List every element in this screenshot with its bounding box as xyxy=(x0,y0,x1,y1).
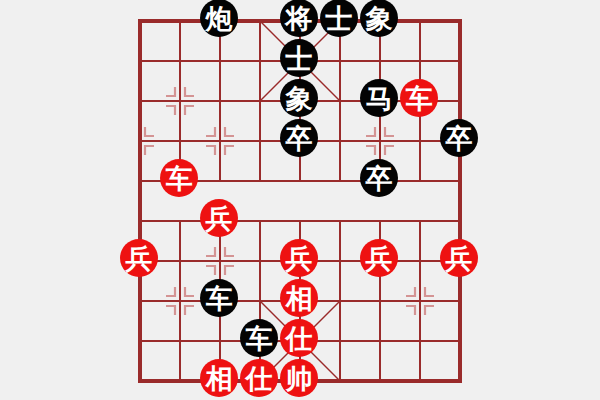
red-pawn-disc: 兵 xyxy=(440,239,478,277)
red-pawn-disc: 兵 xyxy=(200,199,238,237)
red-chariot-disc: 车 xyxy=(400,79,438,117)
piece-glyph: 将 xyxy=(286,5,313,32)
black-chariot-disc: 车 xyxy=(240,319,278,357)
piece-glyph: 兵 xyxy=(366,245,393,272)
piece-glyph: 兵 xyxy=(446,245,473,272)
piece-red-chariot[interactable]: 车 xyxy=(160,161,200,201)
black-elephant-disc: 象 xyxy=(280,79,318,117)
piece-red-pawn[interactable]: 兵 xyxy=(200,201,240,241)
piece-black-pawn[interactable]: 卒 xyxy=(440,121,480,161)
piece-red-elephant[interactable]: 相 xyxy=(280,281,320,321)
piece-black-elephant[interactable]: 象 xyxy=(360,1,400,41)
piece-glyph: 仕 xyxy=(246,365,273,392)
red-elephant-disc: 相 xyxy=(200,359,238,397)
piece-black-horse[interactable]: 马 xyxy=(360,81,400,121)
piece-glyph: 士 xyxy=(286,45,313,72)
piece-red-pawn[interactable]: 兵 xyxy=(120,241,160,281)
black-pawn-disc: 卒 xyxy=(280,119,318,157)
piece-glyph: 马 xyxy=(366,85,393,112)
piece-black-chariot[interactable]: 车 xyxy=(200,281,240,321)
piece-glyph: 象 xyxy=(366,5,393,32)
piece-glyph: 兵 xyxy=(286,245,313,272)
piece-red-advisor[interactable]: 仕 xyxy=(280,321,320,361)
piece-glyph: 卒 xyxy=(446,125,473,152)
piece-black-advisor[interactable]: 士 xyxy=(280,41,320,81)
piece-red-general[interactable]: 帅 xyxy=(280,361,320,400)
piece-glyph: 炮 xyxy=(206,5,233,32)
red-general-disc: 帅 xyxy=(280,359,318,397)
black-general-disc: 将 xyxy=(280,0,318,37)
red-pawn-disc: 兵 xyxy=(360,239,398,277)
black-chariot-disc: 车 xyxy=(200,279,238,317)
black-horse-disc: 马 xyxy=(360,79,398,117)
screenshot-canvas: 炮将士象士象马车卒卒车卒兵兵兵兵兵车相车仕相仕帅 xyxy=(0,0,600,400)
piece-red-advisor[interactable]: 仕 xyxy=(240,361,280,400)
piece-black-pawn[interactable]: 卒 xyxy=(280,121,320,161)
piece-glyph: 卒 xyxy=(286,125,313,152)
red-pawn-disc: 兵 xyxy=(120,239,158,277)
red-chariot-disc: 车 xyxy=(160,159,198,197)
piece-red-elephant[interactable]: 相 xyxy=(200,361,240,400)
piece-glyph: 车 xyxy=(246,325,273,352)
piece-glyph: 兵 xyxy=(126,245,153,272)
black-pawn-disc: 卒 xyxy=(440,119,478,157)
piece-black-pawn[interactable]: 卒 xyxy=(360,161,400,201)
piece-black-advisor[interactable]: 士 xyxy=(320,1,360,41)
piece-grid: 炮将士象士象马车卒卒车卒兵兵兵兵兵车相车仕相仕帅 xyxy=(120,1,480,400)
piece-red-pawn[interactable]: 兵 xyxy=(360,241,400,281)
piece-red-chariot[interactable]: 车 xyxy=(400,81,440,121)
black-elephant-disc: 象 xyxy=(360,0,398,37)
piece-red-pawn[interactable]: 兵 xyxy=(280,241,320,281)
piece-glyph: 卒 xyxy=(366,165,393,192)
piece-black-chariot[interactable]: 车 xyxy=(240,321,280,361)
piece-glyph: 兵 xyxy=(206,205,233,232)
red-pawn-disc: 兵 xyxy=(280,239,318,277)
piece-glyph: 仕 xyxy=(286,325,313,352)
piece-glyph: 车 xyxy=(406,85,433,112)
red-advisor-disc: 仕 xyxy=(240,359,278,397)
piece-black-general[interactable]: 将 xyxy=(280,1,320,41)
piece-glyph: 士 xyxy=(326,5,353,32)
piece-glyph: 相 xyxy=(206,365,233,392)
piece-black-cannon[interactable]: 炮 xyxy=(200,1,240,41)
black-advisor-disc: 士 xyxy=(280,39,318,77)
xiangqi-board: 炮将士象士象马车卒卒车卒兵兵兵兵兵车相车仕相仕帅 xyxy=(120,1,480,400)
piece-black-elephant[interactable]: 象 xyxy=(280,81,320,121)
piece-red-pawn[interactable]: 兵 xyxy=(440,241,480,281)
piece-glyph: 相 xyxy=(286,285,313,312)
piece-glyph: 象 xyxy=(286,85,313,112)
piece-glyph: 帅 xyxy=(286,365,313,392)
black-pawn-disc: 卒 xyxy=(360,159,398,197)
piece-glyph: 车 xyxy=(166,165,193,192)
red-advisor-disc: 仕 xyxy=(280,319,318,357)
red-elephant-disc: 相 xyxy=(280,279,318,317)
black-advisor-disc: 士 xyxy=(320,0,358,37)
black-cannon-disc: 炮 xyxy=(200,0,238,37)
piece-glyph: 车 xyxy=(206,285,233,312)
